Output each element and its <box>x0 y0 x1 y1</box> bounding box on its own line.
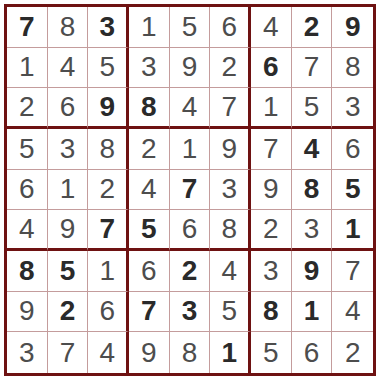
cell-r6c3[interactable]: 7 <box>88 210 129 251</box>
cell-r8c1[interactable]: 9 <box>7 292 48 333</box>
cell-r3c5[interactable]: 4 <box>170 88 211 129</box>
cell-r1c5[interactable]: 5 <box>170 7 211 48</box>
cell-r4c4[interactable]: 2 <box>129 129 170 170</box>
cell-r7c7[interactable]: 3 <box>251 251 292 292</box>
cell-r6c1[interactable]: 4 <box>7 210 48 251</box>
cell-r9c8[interactable]: 6 <box>292 332 333 373</box>
cell-r5c7[interactable]: 9 <box>251 170 292 211</box>
sudoku-board: 7831564291453926782698471535382197466124… <box>4 4 376 376</box>
cell-r8c2[interactable]: 2 <box>48 292 89 333</box>
cell-r5c4[interactable]: 4 <box>129 170 170 211</box>
cell-r5c1[interactable]: 6 <box>7 170 48 211</box>
cell-r2c3[interactable]: 5 <box>88 48 129 89</box>
sudoku-page: 7831564291453926782698471535382197466124… <box>0 0 380 380</box>
cell-r2c4[interactable]: 3 <box>129 48 170 89</box>
cell-r6c8[interactable]: 3 <box>292 210 333 251</box>
cell-r5c9[interactable]: 5 <box>332 170 373 211</box>
cell-r1c1[interactable]: 7 <box>7 7 48 48</box>
cell-r4c3[interactable]: 8 <box>88 129 129 170</box>
cell-r7c5[interactable]: 2 <box>170 251 211 292</box>
cell-r2c5[interactable]: 9 <box>170 48 211 89</box>
cell-r8c6[interactable]: 5 <box>210 292 251 333</box>
cell-r4c6[interactable]: 9 <box>210 129 251 170</box>
cell-r1c9[interactable]: 9 <box>332 7 373 48</box>
cell-r8c3[interactable]: 6 <box>88 292 129 333</box>
cell-r1c3[interactable]: 3 <box>88 7 129 48</box>
cell-r6c5[interactable]: 6 <box>170 210 211 251</box>
cell-r9c1[interactable]: 3 <box>7 332 48 373</box>
cell-r6c6[interactable]: 8 <box>210 210 251 251</box>
cell-r5c8[interactable]: 8 <box>292 170 333 211</box>
cell-r9c4[interactable]: 9 <box>129 332 170 373</box>
cell-r2c1[interactable]: 1 <box>7 48 48 89</box>
cell-r2c9[interactable]: 8 <box>332 48 373 89</box>
cell-r9c7[interactable]: 5 <box>251 332 292 373</box>
cell-r1c4[interactable]: 1 <box>129 7 170 48</box>
cell-r2c7[interactable]: 6 <box>251 48 292 89</box>
cell-r3c9[interactable]: 3 <box>332 88 373 129</box>
cell-r5c2[interactable]: 1 <box>48 170 89 211</box>
cell-r7c6[interactable]: 4 <box>210 251 251 292</box>
cell-r2c2[interactable]: 4 <box>48 48 89 89</box>
cell-r1c8[interactable]: 2 <box>292 7 333 48</box>
cell-r1c7[interactable]: 4 <box>251 7 292 48</box>
cell-r4c1[interactable]: 5 <box>7 129 48 170</box>
cell-r2c6[interactable]: 2 <box>210 48 251 89</box>
cell-r1c6[interactable]: 6 <box>210 7 251 48</box>
cell-r9c5[interactable]: 8 <box>170 332 211 373</box>
cell-r6c4[interactable]: 5 <box>129 210 170 251</box>
cell-r7c1[interactable]: 8 <box>7 251 48 292</box>
cell-r8c9[interactable]: 4 <box>332 292 373 333</box>
cell-r7c3[interactable]: 1 <box>88 251 129 292</box>
cell-r7c2[interactable]: 5 <box>48 251 89 292</box>
cell-r9c6[interactable]: 1 <box>210 332 251 373</box>
cell-r4c5[interactable]: 1 <box>170 129 211 170</box>
cell-r4c2[interactable]: 3 <box>48 129 89 170</box>
cell-r7c9[interactable]: 7 <box>332 251 373 292</box>
cell-r8c7[interactable]: 8 <box>251 292 292 333</box>
cell-r6c7[interactable]: 2 <box>251 210 292 251</box>
cell-r4c8[interactable]: 4 <box>292 129 333 170</box>
cell-r3c7[interactable]: 1 <box>251 88 292 129</box>
cell-r3c6[interactable]: 7 <box>210 88 251 129</box>
cell-r5c3[interactable]: 2 <box>88 170 129 211</box>
cell-r3c8[interactable]: 5 <box>292 88 333 129</box>
cell-r5c5[interactable]: 7 <box>170 170 211 211</box>
cell-r9c2[interactable]: 7 <box>48 332 89 373</box>
cell-r3c2[interactable]: 6 <box>48 88 89 129</box>
cell-r9c9[interactable]: 2 <box>332 332 373 373</box>
cell-r8c8[interactable]: 1 <box>292 292 333 333</box>
cell-r7c8[interactable]: 9 <box>292 251 333 292</box>
cell-r4c9[interactable]: 6 <box>332 129 373 170</box>
cell-r5c6[interactable]: 3 <box>210 170 251 211</box>
cell-r3c1[interactable]: 2 <box>7 88 48 129</box>
cell-r3c3[interactable]: 9 <box>88 88 129 129</box>
cell-r8c4[interactable]: 7 <box>129 292 170 333</box>
cell-r8c5[interactable]: 3 <box>170 292 211 333</box>
cell-r4c7[interactable]: 7 <box>251 129 292 170</box>
cell-r2c8[interactable]: 7 <box>292 48 333 89</box>
cell-r6c9[interactable]: 1 <box>332 210 373 251</box>
cell-r1c2[interactable]: 8 <box>48 7 89 48</box>
cell-r6c2[interactable]: 9 <box>48 210 89 251</box>
cell-r7c4[interactable]: 6 <box>129 251 170 292</box>
cell-r9c3[interactable]: 4 <box>88 332 129 373</box>
cell-r3c4[interactable]: 8 <box>129 88 170 129</box>
